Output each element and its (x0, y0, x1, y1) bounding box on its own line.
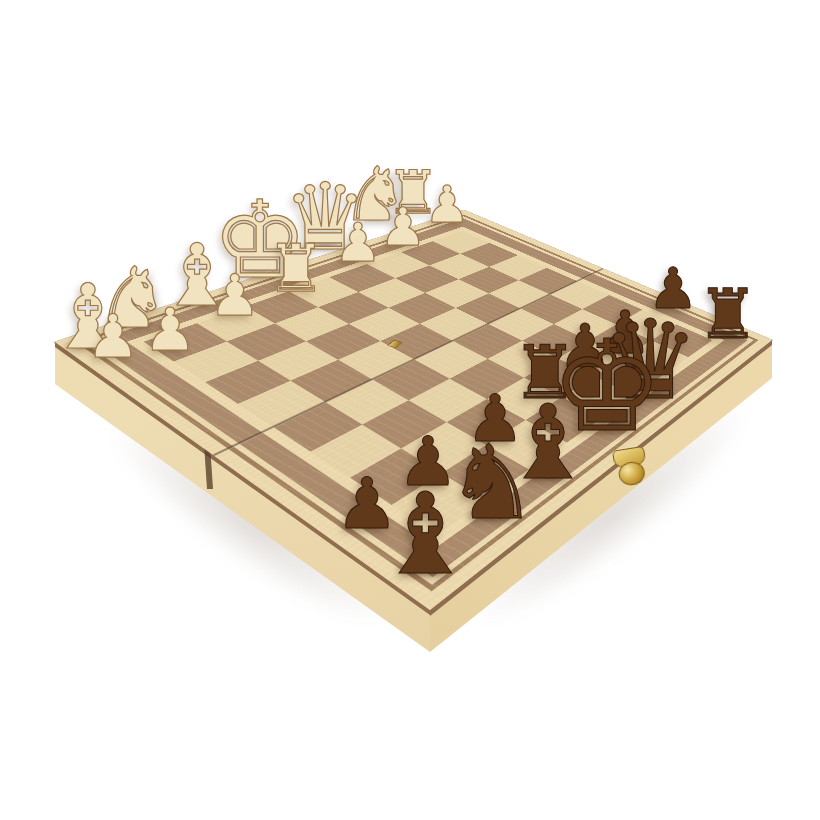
bishop-glyph: ♝ (375, 479, 475, 591)
pawn-glyph: ♟ (86, 307, 139, 367)
pawn-glyph: ♟ (424, 180, 470, 231)
piece-black-bishop-a8[interactable]: ♝ (375, 479, 475, 591)
pawn-glyph: ♟ (209, 267, 260, 324)
piece-white-pawn-h2[interactable]: ♟ (424, 180, 470, 231)
product-photo-stage: ♝♞♝♚♜♛♞♜♟♟♟♟♟♟♝♟♞♟♝♟♚♜♛♟♟♟♜ (0, 0, 820, 820)
piece-white-pawn-b2[interactable]: ♟ (143, 300, 196, 359)
piece-white-rook-e2[interactable]: ♜ (267, 236, 326, 302)
piece-black-rook-h8[interactable]: ♜ (697, 280, 759, 349)
piece-white-pawn-g2[interactable]: ♟ (380, 201, 427, 253)
piece-white-pawn-d2[interactable]: ♟ (209, 267, 260, 324)
rook-glyph: ♜ (267, 236, 326, 302)
piece-white-pawn-f2[interactable]: ♟ (334, 216, 382, 269)
piece-white-pawn-a2[interactable]: ♟ (86, 307, 139, 367)
rook-glyph: ♜ (697, 280, 759, 349)
pawn-glyph: ♟ (380, 201, 427, 253)
pawn-glyph: ♟ (143, 300, 196, 359)
pawn-glyph: ♟ (334, 216, 382, 269)
